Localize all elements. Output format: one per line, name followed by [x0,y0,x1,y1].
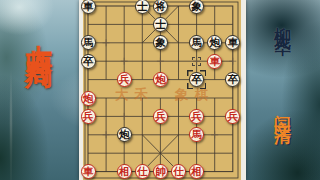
board-surface[interactable]: 大禾 象棋 車士将象士馬象馬炮車卒車兵炮卒卒炮兵兵兵兵炮馬車相仕帥仕相 [83,0,241,180]
piece-red-cannon[interactable]: 炮 [81,91,96,106]
left-title: 大师对局 [19,22,57,46]
piece-black-chariot[interactable]: 車 [81,0,96,14]
piece-red-advisor[interactable]: 仕 [135,164,150,179]
last-move-destination-marker [187,70,206,89]
piece-black-advisor[interactable]: 士 [135,0,150,14]
player-name-top: 柳大华 [272,13,295,31]
xiangqi-board-panel: 大禾 象棋 車士将象士馬象馬炮車卒車兵炮卒卒炮兵兵兵兵炮馬車相仕帥仕相 [79,0,246,180]
piece-red-soldier[interactable]: 兵 [189,109,204,124]
piece-red-chariot[interactable]: 車 [207,54,222,69]
piece-red-elephant[interactable]: 相 [189,164,204,179]
piece-red-chariot[interactable]: 車 [81,164,96,179]
piece-black-elephant[interactable]: 象 [189,0,204,14]
piece-red-general[interactable]: 帥 [153,164,168,179]
piece-black-horse[interactable]: 馬 [81,35,96,50]
thumbnail-stage: 大师对局 柳大华 闫文清 大禾 象棋 車士将象士馬象馬炮車卒車兵炮卒卒炮兵兵兵兵… [0,0,320,180]
piece-red-advisor[interactable]: 仕 [171,164,186,179]
last-move-origin-marker [192,57,201,66]
river-watermark-left: 大禾 [115,86,154,104]
piece-red-soldier[interactable]: 兵 [153,109,168,124]
player-name-bottom: 闫文清 [272,101,295,119]
piece-black-general[interactable]: 将 [153,0,168,14]
piece-red-soldier[interactable]: 兵 [117,72,132,87]
piece-red-cannon[interactable]: 炮 [153,72,168,87]
piece-black-advisor[interactable]: 士 [153,17,168,32]
piece-red-soldier[interactable]: 兵 [81,109,96,124]
piece-black-soldier[interactable]: 卒 [81,54,96,69]
piece-black-cannon[interactable]: 炮 [117,127,132,142]
piece-red-elephant[interactable]: 相 [117,164,132,179]
